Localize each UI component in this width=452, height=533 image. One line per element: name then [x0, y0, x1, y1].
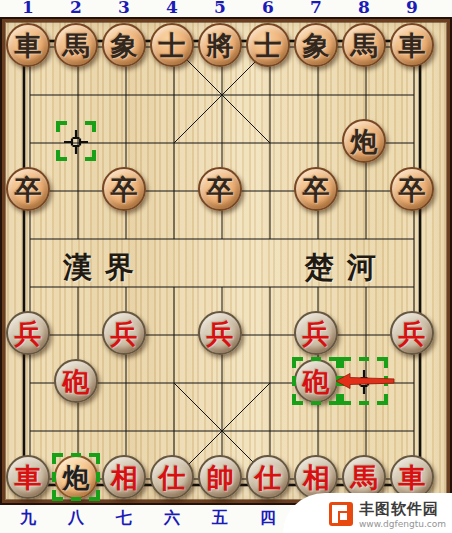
file-label-bottom-4: 六 [164, 508, 180, 529]
piece-車-1-1[interactable]: 車 [6, 23, 50, 67]
piece-glyph: 相 [303, 464, 330, 491]
piece-glyph: 炮 [351, 128, 378, 155]
file-label-top-8: 8 [358, 0, 370, 17]
piece-glyph: 馬 [63, 32, 90, 59]
piece-glyph: 馬 [351, 32, 378, 59]
fengtu-logo-icon [329, 502, 353, 526]
crosshair-cursor-icon [63, 129, 89, 155]
river-label-hanjie: 漢界 [50, 248, 160, 288]
file-label-top-1: 1 [22, 0, 34, 17]
piece-glyph: 車 [15, 32, 42, 59]
piece-象-3-1[interactable]: 象 [102, 23, 146, 67]
piece-卒-3-4[interactable]: 卒 [102, 167, 146, 211]
file-label-top-3: 3 [118, 0, 130, 17]
piece-glyph: 將 [207, 32, 234, 59]
piece-仕-6-10[interactable]: 仕 [246, 455, 290, 499]
piece-glyph: 卒 [111, 176, 138, 203]
file-label-top-6: 6 [262, 0, 274, 17]
piece-glyph: 車 [399, 464, 426, 491]
selection-bracket [52, 453, 100, 501]
piece-glyph: 卒 [15, 176, 42, 203]
file-label-bottom-1: 九 [20, 508, 36, 529]
piece-兵-1-7[interactable]: 兵 [6, 311, 50, 355]
piece-卒-7-4[interactable]: 卒 [294, 167, 338, 211]
piece-glyph: 卒 [399, 176, 426, 203]
file-label-bottom-5: 五 [212, 508, 228, 529]
piece-士-6-1[interactable]: 士 [246, 23, 290, 67]
piece-glyph: 車 [15, 464, 42, 491]
piece-兵-7-7[interactable]: 兵 [294, 311, 338, 355]
piece-glyph: 仕 [159, 464, 186, 491]
piece-glyph: 兵 [303, 320, 330, 347]
piece-象-7-1[interactable]: 象 [294, 23, 338, 67]
piece-兵-3-7[interactable]: 兵 [102, 311, 146, 355]
piece-glyph: 卒 [207, 176, 234, 203]
file-label-top-7: 7 [310, 0, 322, 17]
piece-glyph: 士 [159, 32, 186, 59]
piece-glyph: 兵 [207, 320, 234, 347]
selection-bracket [292, 357, 340, 405]
piece-卒-9-4[interactable]: 卒 [390, 167, 434, 211]
piece-glyph: 兵 [111, 320, 138, 347]
piece-馬-8-1[interactable]: 馬 [342, 23, 386, 67]
piece-glyph: 砲 [63, 368, 90, 395]
piece-glyph: 馬 [351, 464, 378, 491]
piece-帥-5-10[interactable]: 帥 [198, 455, 242, 499]
move-arrow-icon [336, 372, 396, 390]
piece-將-5-1[interactable]: 將 [198, 23, 242, 67]
piece-相-3-10[interactable]: 相 [102, 455, 146, 499]
piece-glyph: 象 [111, 32, 138, 59]
river-label-chuhe: 楚河 [292, 248, 402, 288]
piece-glyph: 兵 [15, 320, 42, 347]
piece-glyph: 車 [399, 32, 426, 59]
piece-仕-4-10[interactable]: 仕 [150, 455, 194, 499]
file-label-top-2: 2 [70, 0, 82, 17]
piece-士-4-1[interactable]: 士 [150, 23, 194, 67]
piece-glyph: 兵 [399, 320, 426, 347]
piece-glyph: 象 [303, 32, 330, 59]
watermark-url: www.dgfengtu.com [359, 520, 446, 529]
piece-卒-1-4[interactable]: 卒 [6, 167, 50, 211]
piece-炮-8-3[interactable]: 炮 [342, 119, 386, 163]
file-label-top-4: 4 [166, 0, 178, 17]
piece-glyph: 卒 [303, 176, 330, 203]
xiangqi-app: 123456789 漢界 楚河 九八七六五四三二一 [0, 0, 452, 533]
piece-glyph: 士 [255, 32, 282, 59]
piece-砲-2-8[interactable]: 砲 [54, 359, 98, 403]
piece-兵-5-7[interactable]: 兵 [198, 311, 242, 355]
piece-車-1-10[interactable]: 車 [6, 455, 50, 499]
watermark-badge: 丰图软件园 www.dgfengtu.com [283, 493, 452, 533]
piece-馬-2-1[interactable]: 馬 [54, 23, 98, 67]
top-coordinate-strip: 123456789 [0, 0, 452, 17]
piece-glyph: 帥 [207, 464, 234, 491]
file-label-top-9: 9 [406, 0, 418, 17]
piece-glyph: 相 [111, 464, 138, 491]
watermark-title: 丰图软件园 [359, 502, 446, 518]
piece-車-9-1[interactable]: 車 [390, 23, 434, 67]
xiangqi-board[interactable]: 漢界 楚河 [0, 17, 452, 505]
file-label-top-5: 5 [214, 0, 226, 17]
file-label-bottom-2: 八 [68, 508, 84, 529]
file-label-bottom-6: 四 [260, 508, 276, 529]
piece-兵-9-7[interactable]: 兵 [390, 311, 434, 355]
piece-卒-5-4[interactable]: 卒 [198, 167, 242, 211]
file-label-bottom-3: 七 [116, 508, 132, 529]
piece-glyph: 仕 [255, 464, 282, 491]
